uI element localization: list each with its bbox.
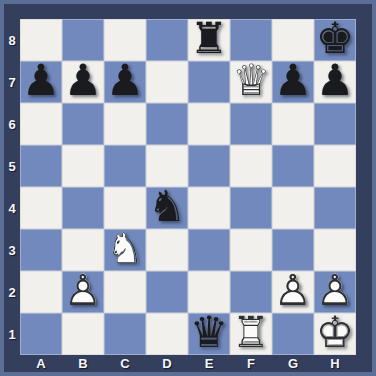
piece-black-pawn-b7[interactable]: ♟ — [62, 61, 104, 103]
square-a2[interactable] — [20, 271, 62, 313]
file-label-f: F — [230, 355, 272, 372]
rank-labels: 87654321 — [4, 19, 20, 355]
black-king-glyph: ♚ — [314, 17, 356, 60]
black-pawn-glyph: ♟ — [104, 59, 146, 102]
square-d2[interactable] — [146, 271, 188, 313]
piece-white-knight-c3[interactable]: ♞♘ — [104, 229, 146, 271]
square-g6[interactable] — [272, 103, 314, 145]
square-c3[interactable]: ♞♘ — [104, 229, 146, 271]
square-f3[interactable] — [230, 229, 272, 271]
black-queen-glyph: ♛ — [188, 311, 230, 354]
file-label-c: C — [104, 355, 146, 372]
rank-label-4: 4 — [4, 187, 20, 229]
white-pawn-outline-glyph: ♙ — [314, 269, 356, 312]
square-g4[interactable] — [272, 187, 314, 229]
square-a4[interactable] — [20, 187, 62, 229]
square-e3[interactable] — [188, 229, 230, 271]
square-d4[interactable]: ♞ — [146, 187, 188, 229]
white-pawn-outline-glyph: ♙ — [272, 269, 314, 312]
rank-label-1: 1 — [4, 313, 20, 355]
square-f4[interactable] — [230, 187, 272, 229]
square-h7[interactable]: ♟ — [314, 61, 356, 103]
square-a3[interactable] — [20, 229, 62, 271]
square-g2[interactable]: ♟♙ — [272, 271, 314, 313]
square-h1[interactable]: ♚♔ — [314, 313, 356, 355]
square-b1[interactable] — [62, 313, 104, 355]
black-pawn-glyph: ♟ — [272, 59, 314, 102]
square-d6[interactable] — [146, 103, 188, 145]
square-h6[interactable] — [314, 103, 356, 145]
square-g5[interactable] — [272, 145, 314, 187]
piece-white-pawn-b2[interactable]: ♟♙ — [62, 271, 104, 313]
square-a1[interactable] — [20, 313, 62, 355]
square-h4[interactable] — [314, 187, 356, 229]
black-knight-glyph: ♞ — [146, 185, 188, 228]
square-g7[interactable]: ♟ — [272, 61, 314, 103]
rank-label-7: 7 — [4, 61, 20, 103]
square-d1[interactable] — [146, 313, 188, 355]
square-b5[interactable] — [62, 145, 104, 187]
square-e8[interactable]: ♜ — [188, 19, 230, 61]
piece-black-rook-e8[interactable]: ♜ — [188, 19, 230, 61]
square-g1[interactable] — [272, 313, 314, 355]
square-f1[interactable]: ♜♖ — [230, 313, 272, 355]
square-a5[interactable] — [20, 145, 62, 187]
file-labels: ABCDEFGH — [20, 355, 356, 372]
white-king-outline-glyph: ♔ — [314, 311, 356, 354]
black-pawn-glyph: ♟ — [62, 59, 104, 102]
rank-label-3: 3 — [4, 229, 20, 271]
piece-white-king-h1[interactable]: ♚♔ — [314, 313, 356, 355]
white-queen-outline-glyph: ♕ — [230, 59, 272, 102]
square-b4[interactable] — [62, 187, 104, 229]
square-a7[interactable]: ♟ — [20, 61, 62, 103]
black-pawn-glyph: ♟ — [20, 59, 62, 102]
rank-label-2: 2 — [4, 271, 20, 313]
square-c7[interactable]: ♟ — [104, 61, 146, 103]
square-c1[interactable] — [104, 313, 146, 355]
piece-black-pawn-c7[interactable]: ♟ — [104, 61, 146, 103]
square-f6[interactable] — [230, 103, 272, 145]
square-h5[interactable] — [314, 145, 356, 187]
piece-black-knight-d4[interactable]: ♞ — [146, 187, 188, 229]
square-c2[interactable] — [104, 271, 146, 313]
square-d7[interactable] — [146, 61, 188, 103]
piece-white-rook-f1[interactable]: ♜♖ — [230, 313, 272, 355]
square-d8[interactable] — [146, 19, 188, 61]
square-e6[interactable] — [188, 103, 230, 145]
file-label-h: H — [314, 355, 356, 372]
file-label-e: E — [188, 355, 230, 372]
black-rook-glyph: ♜ — [188, 17, 230, 60]
piece-black-pawn-g7[interactable]: ♟ — [272, 61, 314, 103]
rank-label-6: 6 — [4, 103, 20, 145]
file-label-a: A — [20, 355, 62, 372]
rank-label-8: 8 — [4, 19, 20, 61]
file-label-b: B — [62, 355, 104, 372]
white-pawn-outline-glyph: ♙ — [62, 269, 104, 312]
piece-white-pawn-g2[interactable]: ♟♙ — [272, 271, 314, 313]
piece-black-pawn-h7[interactable]: ♟ — [314, 61, 356, 103]
square-a6[interactable] — [20, 103, 62, 145]
square-c6[interactable] — [104, 103, 146, 145]
square-b7[interactable]: ♟ — [62, 61, 104, 103]
square-e1[interactable]: ♛ — [188, 313, 230, 355]
file-label-g: G — [272, 355, 314, 372]
square-e5[interactable] — [188, 145, 230, 187]
white-rook-outline-glyph: ♖ — [230, 311, 272, 354]
square-b2[interactable]: ♟♙ — [62, 271, 104, 313]
black-pawn-glyph: ♟ — [314, 59, 356, 102]
square-f5[interactable] — [230, 145, 272, 187]
square-e4[interactable] — [188, 187, 230, 229]
square-e7[interactable] — [188, 61, 230, 103]
piece-black-queen-e1[interactable]: ♛ — [188, 313, 230, 355]
chess-board: ♜♚♟♟♟♛♕♟♟♞♞♘♟♙♟♙♟♙♛♜♖♚♔ — [20, 19, 356, 355]
square-d3[interactable] — [146, 229, 188, 271]
piece-white-queen-f7[interactable]: ♛♕ — [230, 61, 272, 103]
square-f7[interactable]: ♛♕ — [230, 61, 272, 103]
square-c5[interactable] — [104, 145, 146, 187]
square-b6[interactable] — [62, 103, 104, 145]
white-knight-outline-glyph: ♘ — [104, 227, 146, 270]
piece-black-pawn-a7[interactable]: ♟ — [20, 61, 62, 103]
file-label-d: D — [146, 355, 188, 372]
chess-board-frame: 87654321 ♜♚♟♟♟♛♕♟♟♞♞♘♟♙♟♙♟♙♛♜♖♚♔ ABCDEFG… — [0, 0, 376, 376]
rank-label-5: 5 — [4, 145, 20, 187]
